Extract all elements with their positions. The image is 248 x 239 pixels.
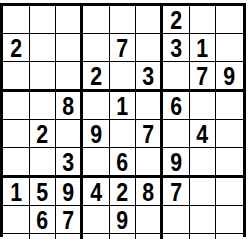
cell-r1c1[interactable] [3, 6, 30, 34]
cell-r8c6[interactable] [136, 206, 163, 234]
cell-r2c2[interactable] [30, 34, 57, 62]
given-digit: 9 [62, 178, 74, 205]
cell-r8c7[interactable] [163, 206, 190, 234]
cell-r3c5[interactable] [110, 62, 137, 92]
cell-r8c9[interactable] [216, 206, 243, 234]
cell-r7c1[interactable]: 1 [3, 178, 30, 206]
given-digit: 7 [197, 62, 209, 89]
cell-r7c3[interactable]: 9 [56, 178, 83, 206]
given-digit: 3 [170, 34, 182, 61]
cell-r6c2[interactable] [30, 148, 57, 178]
cell-r7c9[interactable] [216, 178, 243, 206]
given-digit: 4 [90, 178, 102, 205]
cell-r2c6[interactable] [136, 34, 163, 62]
given-digit: 4 [197, 120, 209, 147]
given-digit: 2 [62, 234, 74, 239]
cell-r7c2[interactable]: 5 [30, 178, 57, 206]
given-digit: 8 [62, 92, 74, 119]
cell-r3c8[interactable]: 7 [190, 62, 217, 92]
cell-r3c4[interactable]: 2 [83, 62, 110, 92]
cell-r8c3[interactable]: 7 [56, 206, 83, 234]
given-digit: 6 [117, 148, 129, 175]
cell-r1c3[interactable] [56, 6, 83, 34]
given-digit: 2 [90, 62, 102, 89]
sudoku-board: 227312379816297436915942876792769 [0, 3, 246, 237]
cell-r6c4[interactable] [83, 148, 110, 178]
cell-r4c9[interactable] [216, 92, 243, 120]
given-digit: 1 [197, 34, 209, 61]
cell-r4c8[interactable] [190, 92, 217, 120]
cell-r5c4[interactable]: 9 [83, 120, 110, 148]
cell-r7c7[interactable]: 7 [163, 178, 190, 206]
cell-r8c4[interactable] [83, 206, 110, 234]
cell-r9c1[interactable] [3, 234, 30, 239]
cell-r4c4[interactable] [83, 92, 110, 120]
cell-r3c7[interactable] [163, 62, 190, 92]
given-digit: 7 [62, 206, 74, 233]
cell-r6c8[interactable] [190, 148, 217, 178]
cell-r1c4[interactable] [83, 6, 110, 34]
given-digit: 3 [62, 148, 74, 175]
cell-r9c6[interactable]: 6 [136, 234, 163, 239]
given-digit: 5 [37, 178, 49, 205]
cell-r1c2[interactable] [30, 6, 57, 34]
cell-r6c7[interactable]: 9 [163, 148, 190, 178]
cell-r1c7[interactable]: 2 [163, 6, 190, 34]
given-digit: 3 [142, 62, 154, 89]
cell-r2c1[interactable]: 2 [3, 34, 30, 62]
cell-r2c4[interactable] [83, 34, 110, 62]
given-digit: 7 [90, 234, 102, 239]
cell-r5c7[interactable] [163, 120, 190, 148]
cell-r6c9[interactable] [216, 148, 243, 178]
cell-r3c9[interactable]: 9 [216, 62, 243, 92]
cell-r8c8[interactable] [190, 206, 217, 234]
cell-r5c1[interactable] [3, 120, 30, 148]
cell-r8c5[interactable]: 9 [110, 206, 137, 234]
cell-r8c2[interactable]: 6 [30, 206, 57, 234]
cell-r5c9[interactable] [216, 120, 243, 148]
cell-r9c9[interactable] [216, 234, 243, 239]
cell-r7c4[interactable]: 4 [83, 178, 110, 206]
given-digit: 7 [170, 178, 182, 205]
cell-r7c8[interactable] [190, 178, 217, 206]
given-digit: 9 [170, 148, 182, 175]
given-digit: 1 [10, 178, 22, 205]
cell-r2c9[interactable] [216, 34, 243, 62]
cell-r5c3[interactable] [56, 120, 83, 148]
given-digit: 6 [170, 92, 182, 119]
given-digit: 9 [90, 120, 102, 147]
cell-r6c6[interactable] [136, 148, 163, 178]
cell-r5c2[interactable]: 2 [30, 120, 57, 148]
cell-r2c5[interactable]: 7 [110, 34, 137, 62]
cell-r5c6[interactable]: 7 [136, 120, 163, 148]
cell-r7c6[interactable]: 8 [136, 178, 163, 206]
cell-r4c1[interactable] [3, 92, 30, 120]
cell-r9c3[interactable]: 2 [56, 234, 83, 239]
given-digit: 8 [142, 178, 154, 205]
cell-r4c7[interactable]: 6 [163, 92, 190, 120]
cell-r1c9[interactable] [216, 6, 243, 34]
cell-r7c5[interactable]: 2 [110, 178, 137, 206]
cell-r4c5[interactable]: 1 [110, 92, 137, 120]
cell-r2c7[interactable]: 3 [163, 34, 190, 62]
cell-r3c6[interactable]: 3 [136, 62, 163, 92]
cell-r2c8[interactable]: 1 [190, 34, 217, 62]
cell-r9c8[interactable]: 9 [190, 234, 217, 239]
given-digit: 9 [197, 234, 209, 239]
cell-r4c3[interactable]: 8 [56, 92, 83, 120]
given-digit: 9 [117, 206, 129, 233]
given-digit: 7 [142, 120, 154, 147]
given-digit: 6 [37, 206, 49, 233]
cell-r5c5[interactable] [110, 120, 137, 148]
cell-r4c2[interactable] [30, 92, 57, 120]
cell-r6c5[interactable]: 6 [110, 148, 137, 178]
given-digit: 2 [170, 6, 182, 33]
cell-r1c6[interactable] [136, 6, 163, 34]
given-digit: 9 [224, 62, 236, 89]
cell-r3c3[interactable] [56, 62, 83, 92]
given-digit: 6 [142, 234, 154, 239]
cell-r5c8[interactable]: 4 [190, 120, 217, 148]
cell-r3c1[interactable] [3, 62, 30, 92]
cell-r1c5[interactable] [110, 6, 137, 34]
given-digit: 2 [37, 120, 49, 147]
cell-r1c8[interactable] [190, 6, 217, 34]
given-digit: 7 [117, 34, 129, 61]
given-digit: 1 [117, 92, 129, 119]
cell-r6c1[interactable] [3, 148, 30, 178]
cell-r6c3[interactable]: 3 [56, 148, 83, 178]
given-digit: 2 [117, 178, 129, 205]
given-digit: 2 [10, 34, 22, 61]
cell-r9c7[interactable] [163, 234, 190, 239]
cell-r2c3[interactable] [56, 34, 83, 62]
cell-r3c2[interactable] [30, 62, 57, 92]
cell-r9c4[interactable]: 7 [83, 234, 110, 239]
cell-r8c1[interactable] [3, 206, 30, 234]
cell-r4c6[interactable] [136, 92, 163, 120]
